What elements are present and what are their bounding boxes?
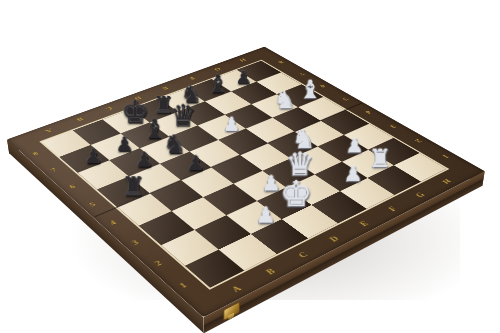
square-e1 bbox=[312, 191, 367, 223]
product-photo-canvas: ♚♜♞♝♟♟♟♝♛♟♞♟♞♝♜♟♞♟♛♟♟♚♟♜ AABBCCDDEEFFGGH… bbox=[0, 0, 500, 333]
